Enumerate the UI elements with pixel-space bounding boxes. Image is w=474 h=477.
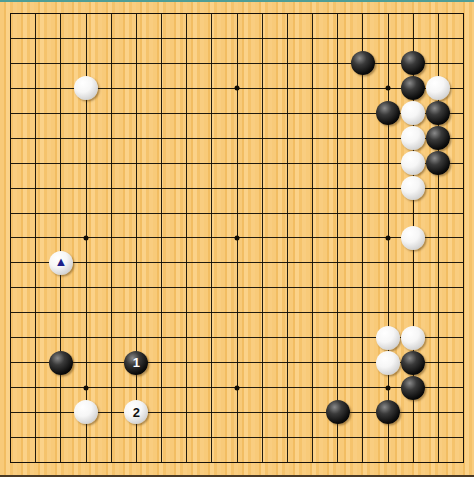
window-top-edge xyxy=(0,0,474,2)
stone-black-Q15[interactable] xyxy=(376,101,400,125)
stone-black-N3[interactable] xyxy=(326,400,350,424)
stone-white-R14[interactable] xyxy=(401,126,425,150)
stone-black-P17[interactable] xyxy=(351,51,375,75)
triangle-marker-icon: ▲ xyxy=(54,255,67,268)
move-number-label: 1 xyxy=(133,356,140,369)
stone-black-S13[interactable] xyxy=(426,151,450,175)
stone-black-R16[interactable] xyxy=(401,76,425,100)
stone-white-D16[interactable] xyxy=(74,76,98,100)
stone-black-R4[interactable] xyxy=(401,376,425,400)
stone-white-R15[interactable] xyxy=(401,101,425,125)
stone-white-R6[interactable] xyxy=(401,326,425,350)
stone-white-Q6[interactable] xyxy=(376,326,400,350)
go-board[interactable]: ▲12 xyxy=(0,1,474,475)
stone-white-R12[interactable] xyxy=(401,176,425,200)
stone-black-F5[interactable]: 1 xyxy=(124,351,148,375)
stone-white-D3[interactable] xyxy=(74,400,98,424)
stone-black-S14[interactable] xyxy=(426,126,450,150)
stone-white-F3[interactable]: 2 xyxy=(124,400,148,424)
stone-white-Q5[interactable] xyxy=(376,351,400,375)
stone-white-C9[interactable]: ▲ xyxy=(49,251,73,275)
stone-black-S15[interactable] xyxy=(426,101,450,125)
stone-white-R13[interactable] xyxy=(401,151,425,175)
stone-black-R5[interactable] xyxy=(401,351,425,375)
stone-black-Q3[interactable] xyxy=(376,400,400,424)
stone-black-R17[interactable] xyxy=(401,51,425,75)
move-number-label: 2 xyxy=(133,405,140,418)
stone-white-S16[interactable] xyxy=(426,76,450,100)
go-board-app: ▲12 xyxy=(0,0,474,477)
stone-white-R10[interactable] xyxy=(401,226,425,250)
stone-black-C5[interactable] xyxy=(49,351,73,375)
